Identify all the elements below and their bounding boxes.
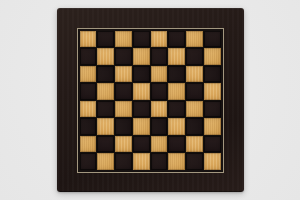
- square-g3: [186, 118, 203, 135]
- board-field: [77, 28, 224, 173]
- square-b7: [97, 48, 114, 65]
- square-f6: [168, 66, 185, 83]
- square-h7: [204, 48, 221, 65]
- square-f1: [168, 153, 185, 170]
- square-d5: [133, 83, 150, 100]
- square-d2: [133, 136, 150, 153]
- square-c1: [115, 153, 132, 170]
- square-e6: [151, 66, 168, 83]
- square-e2: [151, 136, 168, 153]
- square-d1: [133, 153, 150, 170]
- square-d4: [133, 101, 150, 118]
- square-f3: [168, 118, 185, 135]
- square-g1: [186, 153, 203, 170]
- square-h5: [204, 83, 221, 100]
- square-g4: [186, 101, 203, 118]
- square-a4: [80, 101, 97, 118]
- square-b1: [97, 153, 114, 170]
- square-c4: [115, 101, 132, 118]
- square-b2: [97, 136, 114, 153]
- square-b3: [97, 118, 114, 135]
- square-c2: [115, 136, 132, 153]
- square-e4: [151, 101, 168, 118]
- square-e7: [151, 48, 168, 65]
- square-h2: [204, 136, 221, 153]
- square-d7: [133, 48, 150, 65]
- square-c7: [115, 48, 132, 65]
- square-g6: [186, 66, 203, 83]
- square-c5: [115, 83, 132, 100]
- square-a1: [80, 153, 97, 170]
- square-g5: [186, 83, 203, 100]
- square-a6: [80, 66, 97, 83]
- square-a8: [80, 31, 97, 48]
- square-g8: [186, 31, 203, 48]
- square-c3: [115, 118, 132, 135]
- square-h6: [204, 66, 221, 83]
- square-g2: [186, 136, 203, 153]
- square-f7: [168, 48, 185, 65]
- square-e3: [151, 118, 168, 135]
- square-a7: [80, 48, 97, 65]
- square-b5: [97, 83, 114, 100]
- square-b8: [97, 31, 114, 48]
- square-e1: [151, 153, 168, 170]
- square-c8: [115, 31, 132, 48]
- board-grid: [80, 31, 221, 170]
- square-g7: [186, 48, 203, 65]
- square-f8: [168, 31, 185, 48]
- square-h4: [204, 101, 221, 118]
- square-h1: [204, 153, 221, 170]
- square-a3: [80, 118, 97, 135]
- square-c6: [115, 66, 132, 83]
- square-f2: [168, 136, 185, 153]
- square-h3: [204, 118, 221, 135]
- chessboard: [57, 8, 244, 192]
- photo-background: [0, 0, 300, 200]
- square-b4: [97, 101, 114, 118]
- square-e8: [151, 31, 168, 48]
- square-b6: [97, 66, 114, 83]
- square-a2: [80, 136, 97, 153]
- square-d8: [133, 31, 150, 48]
- square-d3: [133, 118, 150, 135]
- square-f5: [168, 83, 185, 100]
- square-d6: [133, 66, 150, 83]
- square-f4: [168, 101, 185, 118]
- square-a5: [80, 83, 97, 100]
- square-h8: [204, 31, 221, 48]
- square-e5: [151, 83, 168, 100]
